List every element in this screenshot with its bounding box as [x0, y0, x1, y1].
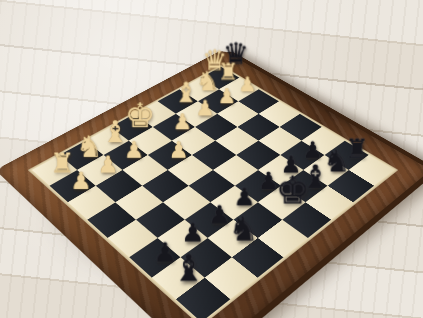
board-grid: ♜♞♝♚♝♞♜♟♟♟♟♟♟♟♟♟♟♟♟♟♟♟♝♞♚♝♞♜	[32, 67, 394, 318]
black-knight-f7[interactable]: ♞	[226, 213, 262, 247]
chess-board: ♛ ♛ ♜♞♝♚♝♞♜♟♟♟♟♟♟♟♟♟♟♟♟♟♟♟♝♞♚♝♞♜	[0, 50, 423, 318]
white-pawn-e3[interactable]: ♟	[163, 139, 195, 162]
black-king-d7[interactable]: ♚	[276, 172, 310, 210]
white-pawn-d2[interactable]: ♟	[167, 111, 197, 133]
square-e3[interactable]: ♟	[148, 141, 192, 170]
black-bishop-h7[interactable]: ♝	[170, 250, 208, 287]
scene: ♛ ♛ ♜♞♝♚♝♞♜♟♟♟♟♟♟♟♟♟♟♟♟♟♟♟♝♞♚♝♞♜	[0, 0, 423, 318]
white-pawn-h2[interactable]: ♟	[64, 169, 97, 193]
